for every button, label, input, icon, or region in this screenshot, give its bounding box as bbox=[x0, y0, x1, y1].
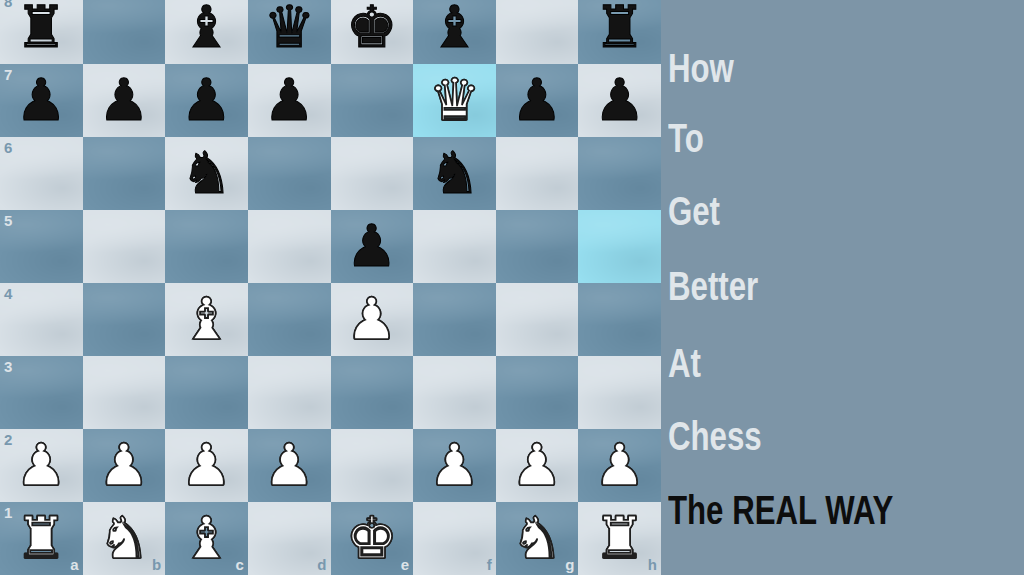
square-h1[interactable]: ♜h bbox=[578, 502, 661, 575]
white-pawn-a2[interactable]: ♟ bbox=[0, 429, 83, 502]
black-bishop-c8[interactable]: ♝ bbox=[165, 0, 248, 64]
square-b7[interactable]: ♟ bbox=[83, 64, 166, 137]
black-rook-h8[interactable]: ♜ bbox=[578, 0, 661, 64]
white-queen-f7[interactable]: ♛ bbox=[413, 64, 496, 137]
title-line-5: At bbox=[668, 341, 701, 385]
file-label-d: d bbox=[317, 557, 326, 572]
square-a2[interactable]: ♟2 bbox=[0, 429, 83, 502]
square-c3[interactable] bbox=[165, 356, 248, 429]
black-pawn-a7[interactable]: ♟ bbox=[0, 64, 83, 137]
square-d5[interactable] bbox=[248, 210, 331, 283]
square-a3[interactable]: 3 bbox=[0, 356, 83, 429]
square-h4[interactable] bbox=[578, 283, 661, 356]
square-f4[interactable] bbox=[413, 283, 496, 356]
square-e5[interactable]: ♟ bbox=[331, 210, 414, 283]
square-h6[interactable] bbox=[578, 137, 661, 210]
square-d6[interactable] bbox=[248, 137, 331, 210]
white-pawn-f2[interactable]: ♟ bbox=[413, 429, 496, 502]
square-e8[interactable]: ♚ bbox=[331, 0, 414, 64]
rank-label-4: 4 bbox=[4, 286, 12, 301]
square-b8[interactable] bbox=[83, 0, 166, 64]
rank-label-1: 1 bbox=[4, 505, 12, 520]
square-d8[interactable]: ♛ bbox=[248, 0, 331, 64]
title-line-4: Better bbox=[668, 264, 758, 308]
square-g8[interactable] bbox=[496, 0, 579, 64]
rank-label-8: 8 bbox=[4, 0, 12, 9]
square-g1[interactable]: ♞g bbox=[496, 502, 579, 575]
square-a4[interactable]: 4 bbox=[0, 283, 83, 356]
black-king-e8[interactable]: ♚ bbox=[331, 0, 414, 64]
white-pawn-h2[interactable]: ♟ bbox=[578, 429, 661, 502]
rank-label-2: 2 bbox=[4, 432, 12, 447]
square-a6[interactable]: 6 bbox=[0, 137, 83, 210]
white-pawn-c2[interactable]: ♟ bbox=[165, 429, 248, 502]
chess-board-area: ♜8♝♛♚♝♜♟7♟♟♟♛♟♟6♞♞5♟4♝♟3♟2♟♟♟♟♟♟♜1a♞b♝cd… bbox=[0, 0, 661, 575]
square-d1[interactable]: d bbox=[248, 502, 331, 575]
black-pawn-d7[interactable]: ♟ bbox=[248, 64, 331, 137]
square-e4[interactable]: ♟ bbox=[331, 283, 414, 356]
square-h7[interactable]: ♟ bbox=[578, 64, 661, 137]
title-line-1: How bbox=[668, 46, 734, 90]
black-pawn-c7[interactable]: ♟ bbox=[165, 64, 248, 137]
rank-label-5: 5 bbox=[4, 213, 12, 228]
black-queen-d8[interactable]: ♛ bbox=[248, 0, 331, 64]
square-c8[interactable]: ♝ bbox=[165, 0, 248, 64]
square-d2[interactable]: ♟ bbox=[248, 429, 331, 502]
square-f6[interactable]: ♞ bbox=[413, 137, 496, 210]
black-knight-f6[interactable]: ♞ bbox=[413, 137, 496, 210]
square-h8[interactable]: ♜ bbox=[578, 0, 661, 64]
square-g5[interactable] bbox=[496, 210, 579, 283]
white-pawn-g2[interactable]: ♟ bbox=[496, 429, 579, 502]
square-f2[interactable]: ♟ bbox=[413, 429, 496, 502]
square-a1[interactable]: ♜1a bbox=[0, 502, 83, 575]
black-rook-a8[interactable]: ♜ bbox=[0, 0, 83, 64]
square-e3[interactable] bbox=[331, 356, 414, 429]
square-c7[interactable]: ♟ bbox=[165, 64, 248, 137]
chess-board: ♜8♝♛♚♝♜♟7♟♟♟♛♟♟6♞♞5♟4♝♟3♟2♟♟♟♟♟♟♜1a♞b♝cd… bbox=[0, 0, 661, 575]
file-label-c: c bbox=[236, 557, 244, 572]
square-a8[interactable]: ♜8 bbox=[0, 0, 83, 64]
black-pawn-b7[interactable]: ♟ bbox=[83, 64, 166, 137]
square-h2[interactable]: ♟ bbox=[578, 429, 661, 502]
rank-label-6: 6 bbox=[4, 140, 12, 155]
square-b5[interactable] bbox=[83, 210, 166, 283]
square-e1[interactable]: ♚e bbox=[331, 502, 414, 575]
black-pawn-h7[interactable]: ♟ bbox=[578, 64, 661, 137]
square-b2[interactable]: ♟ bbox=[83, 429, 166, 502]
file-label-h: h bbox=[648, 557, 657, 572]
square-e2[interactable] bbox=[331, 429, 414, 502]
black-bishop-f8[interactable]: ♝ bbox=[413, 0, 496, 64]
square-b4[interactable] bbox=[83, 283, 166, 356]
file-label-a: a bbox=[70, 557, 78, 572]
square-d4[interactable] bbox=[248, 283, 331, 356]
square-a5[interactable]: 5 bbox=[0, 210, 83, 283]
square-f1[interactable]: f bbox=[413, 502, 496, 575]
square-f7[interactable]: ♛ bbox=[413, 64, 496, 137]
white-pawn-d2[interactable]: ♟ bbox=[248, 429, 331, 502]
rank-label-7: 7 bbox=[4, 67, 12, 82]
square-c5[interactable] bbox=[165, 210, 248, 283]
square-g6[interactable] bbox=[496, 137, 579, 210]
square-b1[interactable]: ♞b bbox=[83, 502, 166, 575]
square-e6[interactable] bbox=[331, 137, 414, 210]
square-d3[interactable] bbox=[248, 356, 331, 429]
title-sidebar: HowToGetBetterAtChessThe REAL WAY bbox=[661, 0, 1024, 575]
square-c1[interactable]: ♝c bbox=[165, 502, 248, 575]
square-g3[interactable] bbox=[496, 356, 579, 429]
square-g7[interactable]: ♟ bbox=[496, 64, 579, 137]
title-line-7: The REAL WAY bbox=[668, 488, 893, 532]
file-label-g: g bbox=[565, 557, 574, 572]
square-f3[interactable] bbox=[413, 356, 496, 429]
title-line-3: Get bbox=[668, 189, 720, 233]
rank-label-3: 3 bbox=[4, 359, 12, 374]
title-line-6: Chess bbox=[668, 414, 762, 458]
square-f5[interactable] bbox=[413, 210, 496, 283]
square-e7[interactable] bbox=[331, 64, 414, 137]
black-pawn-e5[interactable]: ♟ bbox=[331, 210, 414, 283]
video-thumbnail: ♜8♝♛♚♝♜♟7♟♟♟♛♟♟6♞♞5♟4♝♟3♟2♟♟♟♟♟♟♜1a♞b♝cd… bbox=[0, 0, 1024, 575]
square-g4[interactable] bbox=[496, 283, 579, 356]
title-line-2: To bbox=[668, 116, 704, 160]
square-c2[interactable]: ♟ bbox=[165, 429, 248, 502]
white-pawn-b2[interactable]: ♟ bbox=[83, 429, 166, 502]
white-bishop-c4[interactable]: ♝ bbox=[165, 283, 248, 356]
square-h3[interactable] bbox=[578, 356, 661, 429]
square-c6[interactable]: ♞ bbox=[165, 137, 248, 210]
square-f8[interactable]: ♝ bbox=[413, 0, 496, 64]
black-knight-c6[interactable]: ♞ bbox=[165, 137, 248, 210]
black-pawn-g7[interactable]: ♟ bbox=[496, 64, 579, 137]
square-g2[interactable]: ♟ bbox=[496, 429, 579, 502]
square-b3[interactable] bbox=[83, 356, 166, 429]
square-c4[interactable]: ♝ bbox=[165, 283, 248, 356]
file-label-e: e bbox=[401, 557, 409, 572]
file-label-f: f bbox=[487, 557, 492, 572]
white-pawn-e4[interactable]: ♟ bbox=[331, 283, 414, 356]
square-h5[interactable] bbox=[578, 210, 661, 283]
file-label-b: b bbox=[152, 557, 161, 572]
square-d7[interactable]: ♟ bbox=[248, 64, 331, 137]
square-a7[interactable]: ♟7 bbox=[0, 64, 83, 137]
square-b6[interactable] bbox=[83, 137, 166, 210]
